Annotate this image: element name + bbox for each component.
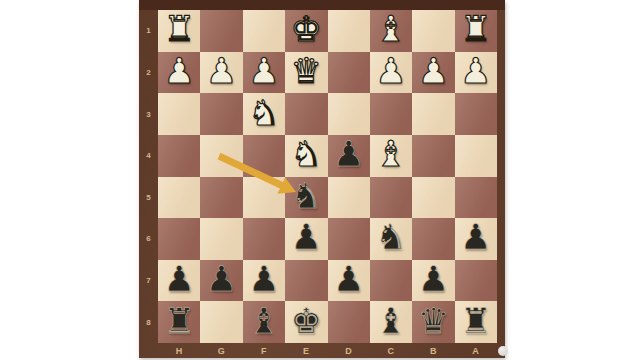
piece-black-pawn: ♟ xyxy=(206,262,237,297)
square-b8[interactable]: ♛ xyxy=(412,301,454,343)
square-a8[interactable]: ♜ xyxy=(455,301,497,343)
square-a1[interactable]: ♜ xyxy=(455,10,497,52)
square-b4[interactable] xyxy=(412,135,454,177)
piece-white-rook: ♜ xyxy=(163,12,194,47)
piece-black-rook: ♜ xyxy=(163,304,194,339)
rank-label-8: 8 xyxy=(139,301,158,343)
piece-white-knight: ♞ xyxy=(248,96,279,131)
rank-label-3: 3 xyxy=(139,93,158,135)
square-e8[interactable]: ♚ xyxy=(285,301,327,343)
square-h5[interactable] xyxy=(158,177,200,219)
square-f6[interactable] xyxy=(243,218,285,260)
piece-white-bishop: ♝ xyxy=(375,137,406,172)
square-h6[interactable] xyxy=(158,218,200,260)
piece-white-knight: ♞ xyxy=(291,137,322,172)
piece-black-bishop: ♝ xyxy=(248,304,279,339)
rank-label-6: 6 xyxy=(139,218,158,260)
square-d6[interactable] xyxy=(328,218,370,260)
square-h8[interactable]: ♜ xyxy=(158,301,200,343)
square-e1[interactable]: ♚ xyxy=(285,10,327,52)
square-c8[interactable]: ♝ xyxy=(370,301,412,343)
file-label-f: F xyxy=(243,343,285,358)
square-f1[interactable] xyxy=(243,10,285,52)
square-h2[interactable]: ♟ xyxy=(158,52,200,94)
square-a6[interactable]: ♟ xyxy=(455,218,497,260)
square-a2[interactable]: ♟ xyxy=(455,52,497,94)
square-e4[interactable]: ♞ xyxy=(285,135,327,177)
square-e3[interactable] xyxy=(285,93,327,135)
piece-black-bishop: ♝ xyxy=(375,304,406,339)
piece-white-rook: ♜ xyxy=(460,12,491,47)
square-d2[interactable] xyxy=(328,52,370,94)
square-g3[interactable] xyxy=(200,93,242,135)
square-c7[interactable] xyxy=(370,260,412,302)
file-label-h: H xyxy=(158,343,200,358)
piece-black-king: ♚ xyxy=(291,304,322,339)
square-d8[interactable] xyxy=(328,301,370,343)
piece-black-knight: ♞ xyxy=(375,220,406,255)
square-h3[interactable] xyxy=(158,93,200,135)
piece-white-bishop: ♝ xyxy=(375,12,406,47)
square-e6[interactable]: ♟ xyxy=(285,218,327,260)
file-label-g: G xyxy=(200,343,242,358)
piece-black-pawn: ♟ xyxy=(163,262,194,297)
square-g7[interactable]: ♟ xyxy=(200,260,242,302)
piece-black-pawn: ♟ xyxy=(333,262,364,297)
square-d3[interactable] xyxy=(328,93,370,135)
square-c6[interactable]: ♞ xyxy=(370,218,412,260)
file-labels: HGFEDCBA xyxy=(158,343,497,358)
piece-white-pawn: ♟ xyxy=(375,54,406,89)
square-b6[interactable] xyxy=(412,218,454,260)
square-b3[interactable] xyxy=(412,93,454,135)
square-b7[interactable]: ♟ xyxy=(412,260,454,302)
square-g1[interactable] xyxy=(200,10,242,52)
rank-label-7: 7 xyxy=(139,260,158,302)
piece-white-king: ♚ xyxy=(291,12,322,47)
square-g8[interactable] xyxy=(200,301,242,343)
square-f5[interactable] xyxy=(243,177,285,219)
square-d7[interactable]: ♟ xyxy=(328,260,370,302)
board-top-edge xyxy=(139,0,505,10)
square-h1[interactable]: ♜ xyxy=(158,10,200,52)
square-g4[interactable] xyxy=(200,135,242,177)
square-d4[interactable]: ♟ xyxy=(328,135,370,177)
piece-black-pawn: ♟ xyxy=(291,220,322,255)
piece-white-pawn: ♟ xyxy=(460,54,491,89)
square-c5[interactable] xyxy=(370,177,412,219)
square-g2[interactable]: ♟ xyxy=(200,52,242,94)
square-d5[interactable] xyxy=(328,177,370,219)
square-c2[interactable]: ♟ xyxy=(370,52,412,94)
corner-dot xyxy=(498,346,508,356)
piece-white-pawn: ♟ xyxy=(206,54,237,89)
square-e2[interactable]: ♛ xyxy=(285,52,327,94)
square-b2[interactable]: ♟ xyxy=(412,52,454,94)
piece-white-pawn: ♟ xyxy=(418,54,449,89)
square-f2[interactable]: ♟ xyxy=(243,52,285,94)
square-g6[interactable] xyxy=(200,218,242,260)
square-h4[interactable] xyxy=(158,135,200,177)
piece-black-pawn: ♟ xyxy=(418,262,449,297)
square-c3[interactable] xyxy=(370,93,412,135)
file-label-e: E xyxy=(285,343,327,358)
piece-black-knight: ♞ xyxy=(291,179,322,214)
piece-black-rook: ♜ xyxy=(460,304,491,339)
page-background: 12345678 ♜♚♝♜♟♟♟♛♟♟♟♞♞♟♝♞♟♞♟♟♟♟♟♟♜♝♚♝♛♜ … xyxy=(0,0,640,360)
square-f3[interactable]: ♞ xyxy=(243,93,285,135)
file-label-a: A xyxy=(455,343,497,358)
square-g5[interactable] xyxy=(200,177,242,219)
square-f7[interactable]: ♟ xyxy=(243,260,285,302)
piece-white-pawn: ♟ xyxy=(248,54,279,89)
piece-black-pawn: ♟ xyxy=(460,220,491,255)
square-b5[interactable] xyxy=(412,177,454,219)
piece-white-queen: ♛ xyxy=(291,54,322,89)
piece-white-pawn: ♟ xyxy=(163,54,194,89)
square-e7[interactable] xyxy=(285,260,327,302)
square-e5[interactable]: ♞ xyxy=(285,177,327,219)
square-c4[interactable]: ♝ xyxy=(370,135,412,177)
chess-board: 12345678 ♜♚♝♜♟♟♟♛♟♟♟♞♞♟♝♞♟♞♟♟♟♟♟♟♜♝♚♝♛♜ … xyxy=(139,0,505,358)
file-label-d: D xyxy=(328,343,370,358)
piece-black-pawn: ♟ xyxy=(333,137,364,172)
square-a4[interactable] xyxy=(455,135,497,177)
rank-label-1: 1 xyxy=(139,10,158,52)
square-f4[interactable] xyxy=(243,135,285,177)
rank-labels: 12345678 xyxy=(139,10,158,343)
rank-label-2: 2 xyxy=(139,52,158,94)
square-h7[interactable]: ♟ xyxy=(158,260,200,302)
rank-label-4: 4 xyxy=(139,135,158,177)
square-a7[interactable] xyxy=(455,260,497,302)
square-a3[interactable] xyxy=(455,93,497,135)
board-grid: ♜♚♝♜♟♟♟♛♟♟♟♞♞♟♝♞♟♞♟♟♟♟♟♟♜♝♚♝♛♜ xyxy=(158,10,497,343)
square-a5[interactable] xyxy=(455,177,497,219)
square-b1[interactable] xyxy=(412,10,454,52)
file-label-c: C xyxy=(370,343,412,358)
square-d1[interactable] xyxy=(328,10,370,52)
rank-label-5: 5 xyxy=(139,177,158,219)
square-c1[interactable]: ♝ xyxy=(370,10,412,52)
piece-black-pawn: ♟ xyxy=(248,262,279,297)
square-f8[interactable]: ♝ xyxy=(243,301,285,343)
piece-black-queen: ♛ xyxy=(418,304,449,339)
file-label-b: B xyxy=(412,343,454,358)
